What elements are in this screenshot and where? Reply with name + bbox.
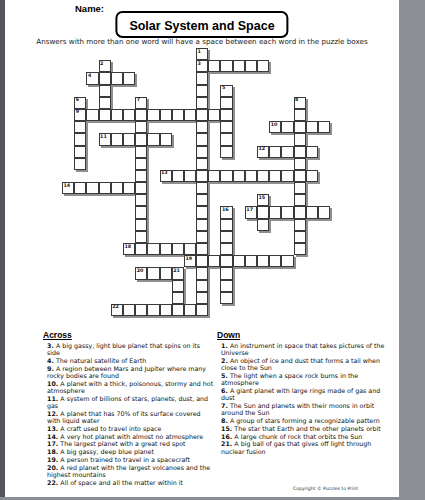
clue-number: 15 (259, 195, 266, 201)
grid-cell[interactable] (147, 304, 159, 316)
window-right-border (399, 0, 425, 500)
clue-number: 20 (137, 268, 144, 274)
grid-cell[interactable] (123, 109, 135, 121)
grid-cell[interactable] (135, 182, 147, 194)
grid-cell[interactable] (160, 243, 172, 255)
clue-number: 14 (64, 183, 71, 189)
grid-cell[interactable] (281, 121, 293, 133)
clue-number: 5 (222, 85, 225, 91)
clue-item: 19. A person trained to travel in a spac… (43, 456, 215, 463)
grid-cell[interactable] (196, 219, 208, 231)
grid-cell[interactable] (196, 304, 208, 316)
across-clue-list: 3. A big gassy, light blue planet that s… (43, 342, 215, 486)
grid-cell[interactable] (74, 133, 86, 145)
grid-cell[interactable] (135, 304, 147, 316)
down-header: Down (217, 330, 389, 340)
grid-cell[interactable] (172, 292, 184, 304)
instructions-text: Answers with more than one word will hav… (5, 37, 399, 46)
clue-number: 3 (198, 61, 201, 67)
grid-cell[interactable]: 5 (220, 85, 232, 97)
grid-cell[interactable] (220, 231, 232, 243)
clue-item: 20. A red planet with the largest volcan… (43, 464, 215, 478)
grid-cell[interactable] (135, 146, 147, 158)
grid-cell[interactable] (196, 231, 208, 243)
grid-cell[interactable] (257, 219, 269, 231)
grid-cell[interactable] (281, 255, 293, 267)
grid-cell[interactable] (74, 158, 86, 170)
grid-cell[interactable] (196, 194, 208, 206)
clue-item: 6. A giant planet with large rings made … (217, 387, 389, 401)
grid-cell[interactable] (318, 121, 330, 133)
clue-number: 2 (100, 61, 103, 67)
grid-cell[interactable] (123, 304, 135, 316)
grid-cell[interactable]: 20 (135, 267, 147, 279)
grid-cell[interactable] (184, 170, 196, 182)
grid-cell[interactable] (245, 170, 257, 182)
clue-item: 16. A large chunk of rock that orbits th… (217, 433, 389, 440)
worksheet: Name: Solar System and Space Answers wit… (5, 0, 399, 497)
clue-item: 15. The star that Earth and the other pl… (217, 425, 389, 432)
grid-cell[interactable] (220, 60, 232, 72)
grid-cell[interactable] (196, 72, 208, 84)
grid-cell[interactable]: 9 (74, 109, 86, 121)
grid-cell[interactable] (233, 170, 245, 182)
grid-cell[interactable] (257, 255, 269, 267)
grid-cell[interactable] (245, 60, 257, 72)
grid-cell[interactable] (172, 170, 184, 182)
grid-cell[interactable] (111, 72, 123, 84)
grid-cell[interactable] (306, 170, 318, 182)
grid-cell[interactable] (74, 121, 86, 133)
grid-cell[interactable] (99, 72, 111, 84)
grid-cell[interactable] (172, 243, 184, 255)
grid-cell[interactable]: 8 (294, 97, 306, 109)
grid-cell[interactable] (294, 219, 306, 231)
grid-cell[interactable] (99, 85, 111, 97)
grid-cell[interactable] (99, 97, 111, 109)
grid-cell[interactable] (257, 206, 269, 218)
clue-item: 14. A very hot planet with almost no atm… (43, 433, 215, 440)
grid-cell[interactable] (208, 170, 220, 182)
grid-cell[interactable] (111, 133, 123, 145)
clue-item: 3. A big gassy, light blue planet that s… (43, 342, 215, 356)
grid-cell[interactable] (294, 182, 306, 194)
clue-item: 9. A region between Mars and Jupiter whe… (43, 365, 215, 379)
grid-cell[interactable] (196, 97, 208, 109)
clue-number: 12 (259, 146, 266, 152)
clue-item: 7. The Sun and planets with their moons … (217, 402, 389, 416)
grid-cell[interactable] (196, 121, 208, 133)
title-box: Solar System and Space (115, 11, 288, 38)
grid-cell[interactable] (196, 280, 208, 292)
clue-number: 13 (161, 170, 168, 176)
grid-cell[interactable] (294, 206, 306, 218)
grid-cell[interactable] (281, 170, 293, 182)
grid-cell[interactable] (220, 133, 232, 145)
down-clues: Down 1. An instrument in space that take… (217, 330, 389, 455)
grid-cell[interactable] (111, 109, 123, 121)
grid-cell[interactable]: 16 (220, 206, 232, 218)
grid-cell[interactable] (245, 255, 257, 267)
grid-cell[interactable] (257, 60, 269, 72)
grid-cell[interactable] (86, 109, 98, 121)
across-clues: Across 3. A big gassy, light blue planet… (43, 330, 215, 487)
grid-cell[interactable]: 13 (160, 170, 172, 182)
grid-cell[interactable] (281, 146, 293, 158)
grid-cell[interactable] (208, 109, 220, 121)
grid-cell[interactable] (135, 243, 147, 255)
clue-item: 22. All of space and all the matter with… (43, 479, 215, 486)
clue-number: 9 (76, 109, 79, 115)
grid-cell[interactable] (220, 121, 232, 133)
grid-cell[interactable] (74, 146, 86, 158)
grid-cell[interactable] (196, 109, 208, 121)
grid-cell[interactable] (172, 280, 184, 292)
grid-cell[interactable]: 6 (74, 97, 86, 109)
grid-cell[interactable] (269, 170, 281, 182)
grid-cell[interactable]: 11 (99, 133, 111, 145)
grid-cell[interactable]: 4 (86, 72, 98, 84)
clue-number: 6 (76, 97, 79, 103)
crossword-grid: 12345678910111213141516171819202122 (62, 48, 330, 316)
grid-cell[interactable] (196, 170, 208, 182)
grid-cell[interactable] (135, 231, 147, 243)
grid-cell[interactable]: 3 (196, 60, 208, 72)
clue-number: 18 (124, 244, 131, 250)
copyright-text: Copyright © Puzzles to Print (293, 486, 358, 491)
grid-cell[interactable] (294, 158, 306, 170)
grid-cell[interactable] (257, 170, 269, 182)
grid-cell[interactable]: 22 (111, 304, 123, 316)
clue-number: 16 (222, 207, 229, 213)
clue-number: 17 (246, 207, 253, 213)
grid-cell[interactable]: 2 (99, 60, 111, 72)
grid-cell[interactable] (172, 304, 184, 316)
grid-cell[interactable] (135, 121, 147, 133)
grid-cell[interactable]: 18 (123, 243, 135, 255)
grid-cell[interactable]: 19 (184, 255, 196, 267)
grid-cell[interactable] (147, 109, 159, 121)
grid-cell[interactable]: 21 (172, 267, 184, 279)
grid-cell[interactable] (135, 170, 147, 182)
across-header: Across (43, 330, 215, 340)
grid-cell[interactable] (220, 243, 232, 255)
grid-cell[interactable] (196, 206, 208, 218)
grid-cell[interactable] (147, 243, 159, 255)
grid-cell[interactable] (306, 206, 318, 218)
grid-cell[interactable] (220, 292, 232, 304)
grid-cell[interactable] (269, 255, 281, 267)
clue-number: 8 (295, 97, 298, 103)
clue-number: 19 (185, 256, 192, 262)
grid-cell[interactable]: 1 (196, 48, 208, 60)
clue-item: 12. A planet that has 70% of its surface… (43, 410, 215, 424)
clue-item: 1. An instrument in space that takes pic… (217, 342, 389, 356)
clue-item: 13. A craft used to travel into space (43, 425, 215, 432)
grid-cell[interactable] (269, 206, 281, 218)
grid-cell[interactable] (135, 219, 147, 231)
grid-cell[interactable] (135, 158, 147, 170)
grid-cell[interactable] (135, 133, 147, 145)
grid-cell[interactable] (196, 182, 208, 194)
grid-cell[interactable] (135, 109, 147, 121)
clue-item: 21. A big ball of gas that gives off lig… (217, 440, 389, 454)
grid-cell[interactable] (306, 121, 318, 133)
grid-cell[interactable] (220, 146, 232, 158)
clue-item: 17. The largest planet with a great red … (43, 440, 215, 447)
grid-cell[interactable] (294, 194, 306, 206)
grid-cell[interactable] (269, 146, 281, 158)
clue-number: 4 (88, 73, 91, 79)
grid-cell[interactable] (123, 133, 135, 145)
grid-cell[interactable] (220, 280, 232, 292)
grid-cell[interactable] (196, 255, 208, 267)
grid-cell[interactable] (135, 206, 147, 218)
clue-item: 18. A big gassy, deep blue planet (43, 448, 215, 455)
grid-cell[interactable] (196, 133, 208, 145)
grid-cell[interactable] (99, 182, 111, 194)
grid-cell[interactable] (220, 170, 232, 182)
grid-cell[interactable] (294, 170, 306, 182)
clue-item: 11. A system of billions of stars, plane… (43, 395, 215, 409)
grid-cell[interactable]: 10 (269, 121, 281, 133)
grid-cell[interactable] (99, 109, 111, 121)
grid-cell[interactable] (294, 109, 306, 121)
grid-cell[interactable] (160, 133, 172, 145)
grid-cell[interactable] (74, 182, 86, 194)
grid-cell[interactable] (233, 60, 245, 72)
clue-number: 1 (198, 49, 201, 55)
clue-number: 10 (271, 122, 278, 128)
clue-item: 5. The light when a space rock burns in … (217, 372, 389, 386)
grid-cell[interactable] (281, 206, 293, 218)
grid-cell[interactable] (196, 146, 208, 158)
grid-cell[interactable] (196, 158, 208, 170)
clue-number: 21 (173, 268, 180, 274)
grid-cell[interactable] (294, 231, 306, 243)
grid-cell[interactable] (196, 85, 208, 97)
grid-cell[interactable] (294, 133, 306, 145)
grid-cell[interactable] (208, 60, 220, 72)
grid-cell[interactable] (306, 146, 318, 158)
grid-cell[interactable] (147, 267, 159, 279)
clue-item: 10. A planet with a thick, poisonous, st… (43, 380, 215, 394)
grid-cell[interactable] (294, 146, 306, 158)
worksheet-page: { "page": { "name_label": "Name:", "titl… (0, 0, 425, 500)
grid-cell[interactable] (160, 109, 172, 121)
grid-cell[interactable] (196, 292, 208, 304)
grid-cell[interactable] (196, 243, 208, 255)
clue-number: 11 (100, 134, 107, 140)
grid-cell[interactable]: 17 (245, 206, 257, 218)
name-label: Name: (75, 3, 104, 14)
clue-number: 22 (112, 304, 119, 310)
grid-cell[interactable] (160, 304, 172, 316)
grid-cell[interactable] (318, 206, 330, 218)
clue-item: 4. The natural satellite of Earth (43, 357, 215, 364)
clue-number: 7 (137, 97, 140, 103)
grid-cell[interactable] (294, 121, 306, 133)
grid-cell[interactable] (220, 97, 232, 109)
grid-cell[interactable] (294, 243, 306, 255)
grid-cell[interactable]: 14 (62, 182, 74, 194)
page-title: Solar System and Space (129, 19, 274, 33)
grid-cell[interactable] (196, 267, 208, 279)
grid-cell[interactable] (220, 255, 232, 267)
grid-cell[interactable] (123, 182, 135, 194)
grid-cell[interactable] (184, 109, 196, 121)
grid-cell[interactable] (86, 182, 98, 194)
grid-cell[interactable] (220, 219, 232, 231)
grid-cell[interactable] (160, 267, 172, 279)
down-clue-list: 1. An instrument in space that takes pic… (217, 342, 389, 455)
grid-cell[interactable] (233, 255, 245, 267)
grid-cell[interactable] (135, 194, 147, 206)
grid-cell[interactable] (184, 243, 196, 255)
grid-cell[interactable]: 7 (135, 97, 147, 109)
grid-cell[interactable] (184, 304, 196, 316)
grid-cell[interactable]: 12 (257, 146, 269, 158)
clue-item: 8. A group of stars forming a recognizab… (217, 417, 389, 424)
grid-cell[interactable] (208, 255, 220, 267)
grid-cell[interactable] (172, 109, 184, 121)
clue-item: 2. An object of ice and dust that forms … (217, 357, 389, 371)
grid-cell[interactable]: 15 (257, 194, 269, 206)
grid-cell[interactable] (220, 267, 232, 279)
grid-cell[interactable] (147, 133, 159, 145)
grid-cell[interactable] (123, 72, 135, 84)
grid-cell[interactable] (111, 182, 123, 194)
grid-cell[interactable] (220, 109, 232, 121)
